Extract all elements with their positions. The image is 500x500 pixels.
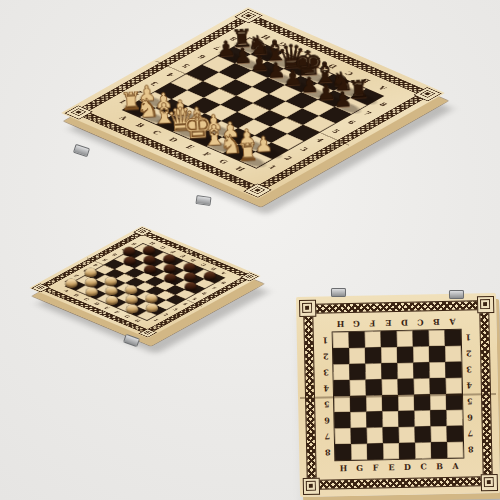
coordinate-label: 5	[173, 59, 198, 72]
black-king: ♚	[292, 45, 324, 81]
square-F5	[366, 395, 382, 411]
square-c4	[115, 273, 135, 283]
coordinate-label: 4	[464, 377, 475, 393]
square-b6	[124, 259, 144, 269]
square-E6	[382, 411, 398, 427]
black-pawn: ♟	[282, 67, 302, 89]
black-pawn: ♟	[232, 45, 252, 67]
square-C8	[415, 442, 431, 458]
coordinate-label: G	[351, 462, 367, 474]
square-H3	[333, 364, 349, 380]
dark-wood-checker	[123, 247, 135, 257]
square-D8	[399, 443, 415, 459]
piece-shadow	[245, 62, 284, 81]
square-a8	[133, 244, 153, 254]
dark-wood-checker	[163, 254, 175, 264]
square-F4	[366, 379, 382, 395]
metal-clasp	[73, 144, 90, 157]
square-d6	[252, 78, 284, 94]
border-chain-pattern	[241, 13, 434, 98]
square-A7	[447, 426, 463, 442]
coordinate-label: 8	[221, 32, 246, 45]
square-c8: ♝	[267, 53, 299, 69]
square-d8: ♛	[284, 60, 316, 76]
square-e8	[174, 261, 194, 271]
coordinate-label: 3	[320, 364, 331, 380]
piece-shadow	[140, 258, 164, 269]
coordinate-label: 8	[125, 240, 141, 248]
coordinate-label: E	[380, 317, 396, 329]
square-A5	[446, 394, 462, 410]
square-c8	[154, 252, 174, 262]
metal-clasp	[195, 195, 211, 206]
square-E3	[381, 363, 397, 379]
coordinate-label: 3	[77, 267, 93, 275]
coordinate-label: 1	[320, 332, 331, 348]
coordinate-label: H	[335, 462, 351, 474]
square-C2	[413, 346, 429, 362]
square-A3	[445, 362, 461, 378]
square-c5	[125, 268, 145, 278]
piece-shadow	[121, 259, 145, 270]
square-D2	[397, 347, 413, 363]
coordinate-label: D	[399, 461, 415, 473]
black-bishop: ♝	[261, 37, 288, 66]
square-B8	[431, 442, 447, 458]
square-b7	[134, 253, 154, 263]
square-D6	[398, 411, 414, 427]
square-D4	[398, 379, 414, 395]
square-E4	[382, 379, 398, 395]
coordinate-label: B	[431, 460, 447, 472]
light-wood-checker	[146, 303, 158, 313]
square-b5	[115, 264, 135, 274]
coordinate-label: D	[396, 317, 412, 329]
square-F8	[367, 443, 383, 459]
white-rook: ♜	[236, 140, 259, 165]
square-E7	[383, 427, 399, 443]
coordinate-label: 6	[464, 409, 475, 425]
piece-shadow	[141, 267, 165, 278]
square-G3	[349, 364, 365, 380]
square-b8	[143, 248, 163, 258]
coordinate-label: D	[320, 60, 346, 72]
corner-square-motif	[133, 227, 151, 236]
square-H7	[335, 428, 351, 444]
coordinate-label: B	[428, 316, 444, 328]
square-D5	[398, 395, 414, 411]
piece-shadow	[212, 47, 251, 66]
black-queen: ♛	[276, 40, 306, 73]
coordinate-label: G	[155, 244, 171, 252]
square-F6	[366, 411, 382, 427]
light-wood-checker	[65, 279, 77, 289]
square-b6	[219, 63, 251, 79]
square-d4	[221, 96, 253, 112]
coordinate-label: H	[144, 239, 160, 247]
square-c7: ♟	[251, 62, 283, 78]
square-B4	[430, 378, 446, 394]
square-d8	[164, 256, 184, 266]
coordinate-label: H	[253, 31, 279, 43]
dark-wood-checker	[144, 265, 156, 275]
black-knight: ♞	[246, 31, 271, 58]
square-c7	[144, 258, 164, 268]
square-A4	[446, 378, 462, 394]
piece-shadow	[278, 60, 317, 79]
dark-wood-checker	[143, 246, 155, 256]
coordinate-label: 5	[321, 396, 332, 412]
file-labels-top: HGFEDCBA	[144, 239, 231, 277]
metal-hinge	[331, 288, 346, 297]
coordinate-label: 4	[157, 68, 182, 81]
coordinate-label: 6	[106, 251, 122, 259]
square-E1	[381, 331, 397, 347]
square-H4	[334, 380, 350, 396]
corner-square-motif	[476, 295, 493, 312]
square-C6	[414, 410, 430, 426]
dark-wood-checker	[124, 256, 136, 266]
piece-shadow	[245, 45, 284, 64]
square-E5	[382, 395, 398, 411]
square-C4	[414, 378, 430, 394]
square-b5	[203, 72, 235, 88]
square-C1	[413, 330, 429, 346]
dark-wood-checker	[143, 255, 155, 265]
square-C7	[415, 426, 431, 442]
coordinate-label: 5	[96, 256, 112, 264]
coordinate-label: A	[447, 460, 463, 472]
square-d5	[135, 272, 155, 282]
square-b7: ♟	[235, 54, 267, 70]
coordinate-label: C	[412, 316, 428, 328]
light-wood-checker	[85, 287, 97, 297]
light-wood-checker	[84, 268, 96, 278]
coordinate-label: 1	[463, 329, 474, 345]
square-D3	[397, 363, 413, 379]
coordinate-label: 2	[320, 348, 331, 364]
corner-square-motif	[302, 477, 319, 494]
square-a7	[124, 249, 144, 259]
coordinate-label: 4	[87, 262, 103, 270]
piece-shadow	[261, 53, 300, 72]
dark-wood-checker	[164, 264, 176, 274]
square-B5	[430, 394, 446, 410]
board-surface: ABCDEFGHHGFEDCBA8765432187654321♜♞♝♛♚♝♞♜…	[61, 7, 445, 199]
corner-square-motif	[234, 9, 262, 23]
square-B3	[429, 362, 445, 378]
coordinate-label: 7	[322, 428, 333, 444]
black-pawn: ♟	[249, 53, 269, 75]
square-B7	[431, 426, 447, 442]
square-D1	[397, 331, 413, 347]
dark-wood-checker	[164, 273, 176, 283]
coordinate-label: 7	[205, 41, 230, 54]
empty-board-flat-view: HGFEDCBAHGFEDCBA1234567812345678	[298, 295, 498, 495]
square-a8: ♜	[234, 38, 266, 54]
square-G8	[351, 444, 367, 460]
coordinate-label: 6	[321, 412, 332, 428]
square-c5	[220, 79, 252, 95]
coordinate-label: 2	[463, 345, 474, 361]
piece-shadow	[140, 248, 164, 259]
square-a5	[186, 65, 218, 81]
light-wood-checker	[105, 277, 117, 287]
coordinate-label: G	[270, 38, 296, 50]
corner-square-motif	[298, 299, 315, 316]
square-D7	[399, 427, 415, 443]
coordinate-label: E	[303, 53, 329, 65]
board-surface: ABCDEFGHHGFEDCBA8765432187654321	[29, 226, 261, 338]
coordinate-label: D	[185, 257, 201, 265]
square-a7: ♟	[218, 47, 250, 63]
square-A2	[445, 346, 461, 362]
black-pawn: ♟	[332, 89, 352, 111]
square-G7	[351, 428, 367, 444]
square-F3	[365, 363, 381, 379]
coordinate-label: E	[175, 252, 191, 260]
coordinate-label: 8	[322, 444, 333, 460]
black-pawn: ♟	[266, 60, 286, 82]
square-G6	[350, 412, 366, 428]
square-F7	[367, 427, 383, 443]
piece-shadow	[229, 54, 268, 73]
square-E2	[381, 347, 397, 363]
square-B6	[430, 410, 446, 426]
square-H8	[335, 444, 351, 460]
piece-shadow	[160, 257, 184, 268]
square-H6	[334, 412, 350, 428]
coordinate-label: 7	[116, 246, 132, 254]
coordinate-label: 7	[465, 425, 476, 441]
square-c6	[134, 263, 154, 273]
square-a6	[202, 56, 234, 72]
corner-square-motif	[480, 473, 497, 490]
square-a4	[171, 74, 203, 90]
coordinate-label: F	[364, 317, 380, 329]
square-A1	[445, 330, 461, 346]
square-H1	[333, 332, 349, 348]
metal-hinge	[449, 290, 464, 299]
square-e6	[269, 85, 301, 101]
dark-wood-checker	[184, 272, 196, 282]
product-photo-scene: ABCDEFGHHGFEDCBA8765432187654321♜♞♝♛♚♝♞♜…	[0, 0, 500, 500]
square-H5	[334, 396, 350, 412]
light-wood-checker	[85, 278, 97, 288]
square-c6	[235, 71, 267, 87]
coordinate-label: F	[367, 461, 383, 473]
piece-shadow	[262, 69, 301, 88]
coordinate-label: C	[195, 261, 211, 269]
board-surface: HGFEDCBAHGFEDCBA1234567812345678	[296, 293, 500, 497]
square-F1	[365, 331, 381, 347]
square-G4	[350, 380, 366, 396]
coordinate-label: F	[286, 46, 312, 58]
square-a5	[104, 260, 124, 270]
coordinate-label: 6	[189, 50, 214, 63]
square-B1	[429, 330, 445, 346]
piece-shadow	[120, 249, 144, 260]
square-b8: ♞	[250, 45, 282, 61]
coordinate-label: E	[383, 461, 399, 473]
coordinate-label: A	[444, 316, 460, 328]
square-E8	[383, 443, 399, 459]
coordinate-label: 5	[464, 393, 475, 409]
square-G2	[349, 348, 365, 364]
square-C5	[414, 394, 430, 410]
square-A6	[446, 410, 462, 426]
square-c4	[204, 88, 236, 104]
square-G5	[350, 396, 366, 412]
square-a4	[95, 265, 115, 275]
light-wood-checker	[106, 296, 118, 306]
square-G1	[349, 332, 365, 348]
piece-shadow	[228, 38, 267, 57]
coordinate-label: H	[332, 318, 348, 330]
square-A8	[447, 442, 463, 458]
square-b4	[187, 81, 219, 97]
square-d6	[144, 267, 164, 277]
square-B2	[429, 346, 445, 362]
checkers-board-perspective-view: ABCDEFGHHGFEDCBA8765432187654321	[63, 200, 227, 364]
square-d5	[236, 87, 268, 103]
black-pawn: ♟	[216, 38, 236, 60]
coordinate-label: 3	[463, 361, 474, 377]
coordinate-label: 4	[321, 380, 332, 396]
square-C3	[413, 362, 429, 378]
square-a6	[114, 254, 134, 264]
square-F2	[365, 347, 381, 363]
square-H2	[333, 348, 349, 364]
square-d7: ♟	[268, 69, 300, 85]
piece-shadow	[279, 76, 318, 95]
light-wood-checker	[126, 304, 138, 314]
coordinate-label: G	[348, 318, 364, 330]
coordinate-label: 8	[465, 441, 476, 457]
square-d7	[154, 262, 174, 272]
square-e7: ♟	[285, 76, 317, 92]
black-rook: ♜	[230, 26, 253, 51]
dark-wood-checker	[183, 263, 195, 273]
coordinate-label: C	[415, 460, 431, 472]
coordinate-label: F	[165, 248, 181, 256]
